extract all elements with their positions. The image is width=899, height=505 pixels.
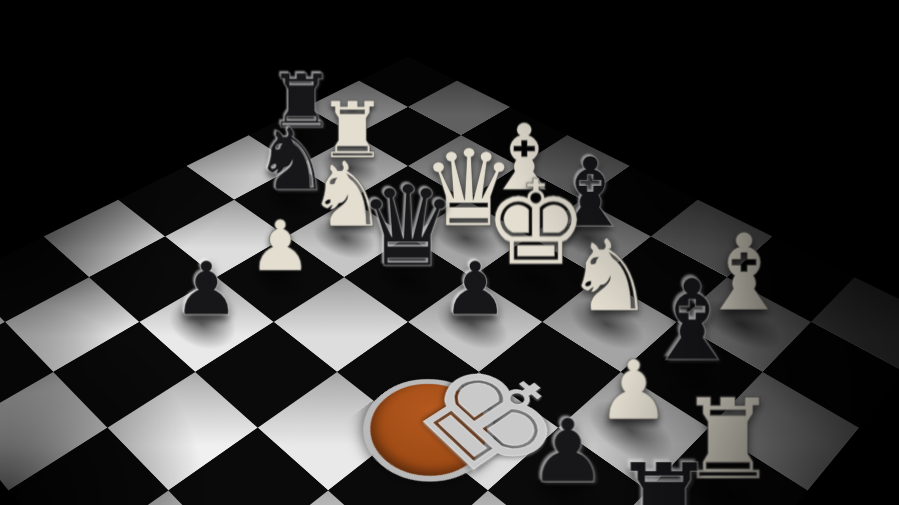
board-perspective-wrap: ♝♝♝♜♜♛♚♞♝♞♞♛♟♟♜♟♚♟♜♟ bbox=[28, 0, 788, 505]
piece-black-pawn[interactable]: ♟ bbox=[528, 406, 607, 494]
piece-black-pawn[interactable]: ♟ bbox=[173, 251, 239, 325]
piece-black-pawn[interactable]: ♟ bbox=[442, 251, 508, 325]
piece-black-rook[interactable]: ♜ bbox=[610, 447, 717, 505]
piece-white-pawn[interactable]: ♟ bbox=[596, 348, 670, 431]
chess-board: ♝♝♝♜♜♛♚♞♝♞♞♛♟♟♜♟♚♟♜♟ bbox=[0, 57, 899, 505]
piece-white-pawn[interactable]: ♟ bbox=[249, 210, 312, 280]
scene: ♝♝♝♜♜♛♚♞♝♞♞♛♟♟♜♟♚♟♜♟ bbox=[0, 0, 899, 505]
